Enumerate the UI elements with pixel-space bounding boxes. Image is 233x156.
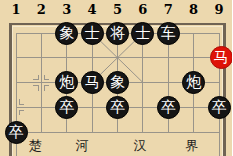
piece-black-file5-rank4[interactable]: 卒 [106,96,129,119]
position-markers [19,75,49,116]
piece-black-file7-rank4[interactable]: 卒 [157,96,180,119]
piece-black-file5-rank1[interactable]: 将 [106,22,129,45]
river-char-4: 界 [181,138,203,153]
piece-red-file9-rank2[interactable]: 马 [210,46,233,69]
river-char-3: 汉 [129,138,151,153]
river-char-2: 河 [71,138,93,153]
xiangqi-board: 123456789 [0,0,232,156]
piece-black-file4-rank3[interactable]: 马 [81,71,104,94]
piece-black-file9-rank4[interactable]: 卒 [208,96,231,119]
piece-black-file6-rank1[interactable]: 士 [131,22,154,45]
river-char-1: 楚 [24,138,46,153]
piece-black-file3-rank4[interactable]: 卒 [55,96,78,119]
piece-black-file7-rank1[interactable]: 车 [157,22,180,45]
piece-black-file8-rank3[interactable]: 炮 [182,71,205,94]
piece-black-file4-rank1[interactable]: 士 [81,22,104,45]
piece-black-file5-rank3[interactable]: 象 [106,71,129,94]
piece-black-file3-rank1[interactable]: 象 [55,22,78,45]
piece-black-file1-rank5[interactable]: 卒 [5,121,28,144]
